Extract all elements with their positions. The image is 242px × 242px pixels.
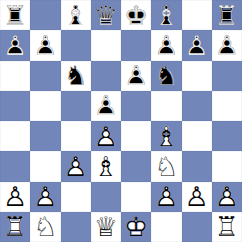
square-f7[interactable]: ♟♙	[151, 30, 181, 60]
rook-glyph-outline: ♖	[212, 0, 242, 30]
square-c5[interactable]	[61, 91, 91, 121]
square-h3[interactable]	[212, 151, 242, 181]
square-e2[interactable]	[121, 182, 151, 212]
square-a8[interactable]: ♜♖	[0, 0, 30, 30]
pawn-glyph-outline: ♙	[0, 182, 30, 212]
square-d1[interactable]: ♛♕	[91, 212, 121, 242]
pawn-glyph-outline: ♙	[30, 182, 60, 212]
square-g2[interactable]: ♟♙	[182, 182, 212, 212]
square-e6[interactable]: ♟♙	[121, 61, 151, 91]
square-d6[interactable]	[91, 61, 121, 91]
square-h5[interactable]	[212, 91, 242, 121]
square-g1[interactable]	[182, 212, 212, 242]
square-d5[interactable]: ♟♙	[91, 91, 121, 121]
square-d2[interactable]	[91, 182, 121, 212]
knight-glyph-outline: ♘	[61, 61, 91, 91]
square-f5[interactable]	[151, 91, 181, 121]
square-b8[interactable]	[30, 0, 60, 30]
square-b4[interactable]	[30, 121, 60, 151]
black-bishop[interactable]: ♝♗	[61, 0, 91, 30]
square-b7[interactable]: ♟♙	[30, 30, 60, 60]
square-b1[interactable]: ♞♘	[30, 212, 60, 242]
square-f3[interactable]: ♞♘	[151, 151, 181, 181]
square-h1[interactable]: ♜♖	[212, 212, 242, 242]
white-pawn[interactable]: ♟♙	[212, 182, 242, 212]
pawn-glyph-outline: ♙	[182, 30, 212, 60]
square-c2[interactable]	[61, 182, 91, 212]
bishop-glyph-outline: ♗	[151, 121, 181, 151]
square-e1[interactable]: ♚♔	[121, 212, 151, 242]
square-g7[interactable]: ♟♙	[182, 30, 212, 60]
square-c4[interactable]	[61, 121, 91, 151]
square-h8[interactable]: ♜♖	[212, 0, 242, 30]
knight-glyph-outline: ♘	[30, 212, 60, 242]
white-pawn[interactable]: ♟♙	[61, 151, 91, 181]
bishop-glyph-outline: ♗	[61, 0, 91, 30]
pawn-glyph-outline: ♙	[151, 30, 181, 60]
square-g4[interactable]	[182, 121, 212, 151]
square-d4[interactable]: ♟♙	[91, 121, 121, 151]
knight-glyph-outline: ♘	[151, 151, 181, 181]
square-f4[interactable]: ♝♗	[151, 121, 181, 151]
square-h2[interactable]: ♟♙	[212, 182, 242, 212]
square-a1[interactable]: ♜♖	[0, 212, 30, 242]
square-g3[interactable]	[182, 151, 212, 181]
white-knight[interactable]: ♞♘	[151, 151, 181, 181]
white-pawn[interactable]: ♟♙	[151, 182, 181, 212]
square-b5[interactable]	[30, 91, 60, 121]
square-a5[interactable]	[0, 91, 30, 121]
black-pawn[interactable]: ♟♙	[121, 61, 151, 91]
white-pawn[interactable]: ♟♙	[91, 121, 121, 151]
pawn-glyph-outline: ♙	[61, 151, 91, 181]
square-c8[interactable]: ♝♗	[61, 0, 91, 30]
white-pawn[interactable]: ♟♙	[0, 182, 30, 212]
rook-glyph-outline: ♖	[212, 212, 242, 242]
black-rook[interactable]: ♜♖	[0, 0, 30, 30]
bishop-glyph-outline: ♗	[151, 0, 181, 30]
square-e5[interactable]	[121, 91, 151, 121]
queen-glyph-outline: ♕	[91, 0, 121, 30]
white-knight[interactable]: ♞♘	[30, 212, 60, 242]
king-glyph-outline: ♔	[121, 0, 151, 30]
black-pawn[interactable]: ♟♙	[30, 30, 60, 60]
black-knight[interactable]: ♞♘	[61, 61, 91, 91]
pawn-glyph-outline: ♙	[121, 61, 151, 91]
black-knight[interactable]: ♞♘	[151, 61, 181, 91]
black-pawn[interactable]: ♟♙	[151, 30, 181, 60]
square-h6[interactable]	[212, 61, 242, 91]
square-f6[interactable]: ♞♘	[151, 61, 181, 91]
square-b3[interactable]	[30, 151, 60, 181]
black-pawn[interactable]: ♟♙	[212, 30, 242, 60]
square-e8[interactable]: ♚♔	[121, 0, 151, 30]
white-pawn[interactable]: ♟♙	[30, 182, 60, 212]
black-pawn[interactable]: ♟♙	[91, 91, 121, 121]
black-pawn[interactable]: ♟♙	[0, 30, 30, 60]
square-f1[interactable]	[151, 212, 181, 242]
black-bishop[interactable]: ♝♗	[151, 0, 181, 30]
bishop-glyph-outline: ♗	[91, 151, 121, 181]
square-c3[interactable]: ♟♙	[61, 151, 91, 181]
square-a7[interactable]: ♟♙	[0, 30, 30, 60]
square-g6[interactable]	[182, 61, 212, 91]
pawn-glyph-outline: ♙	[30, 30, 60, 60]
square-b2[interactable]: ♟♙	[30, 182, 60, 212]
white-queen[interactable]: ♛♕	[91, 212, 121, 242]
square-f8[interactable]: ♝♗	[151, 0, 181, 30]
pawn-glyph-outline: ♙	[91, 91, 121, 121]
white-bishop[interactable]: ♝♗	[151, 121, 181, 151]
pawn-glyph-outline: ♙	[212, 182, 242, 212]
pawn-glyph-outline: ♙	[182, 182, 212, 212]
pawn-glyph-outline: ♙	[151, 182, 181, 212]
square-g8[interactable]	[182, 0, 212, 30]
black-king[interactable]: ♚♔	[121, 0, 151, 30]
square-e4[interactable]	[121, 121, 151, 151]
square-h4[interactable]	[212, 121, 242, 151]
square-f2[interactable]: ♟♙	[151, 182, 181, 212]
king-glyph-outline: ♔	[121, 212, 151, 242]
square-c1[interactable]	[61, 212, 91, 242]
black-pawn[interactable]: ♟♙	[182, 30, 212, 60]
square-a2[interactable]: ♟♙	[0, 182, 30, 212]
rook-glyph-outline: ♖	[0, 212, 30, 242]
pawn-glyph-outline: ♙	[91, 121, 121, 151]
black-queen[interactable]: ♛♕	[91, 0, 121, 30]
white-rook[interactable]: ♜♖	[212, 212, 242, 242]
white-bishop[interactable]: ♝♗	[91, 151, 121, 181]
square-a6[interactable]	[0, 61, 30, 91]
square-d7[interactable]	[91, 30, 121, 60]
white-rook[interactable]: ♜♖	[0, 212, 30, 242]
rook-glyph-outline: ♖	[0, 0, 30, 30]
square-c7[interactable]	[61, 30, 91, 60]
square-b6[interactable]	[30, 61, 60, 91]
white-king[interactable]: ♚♔	[121, 212, 151, 242]
square-d8[interactable]: ♛♕	[91, 0, 121, 30]
square-c6[interactable]: ♞♘	[61, 61, 91, 91]
white-pawn[interactable]: ♟♙	[182, 182, 212, 212]
black-rook[interactable]: ♜♖	[212, 0, 242, 30]
square-d3[interactable]: ♝♗	[91, 151, 121, 181]
square-a3[interactable]	[0, 151, 30, 181]
square-a4[interactable]	[0, 121, 30, 151]
square-e7[interactable]	[121, 30, 151, 60]
square-e3[interactable]	[121, 151, 151, 181]
queen-glyph-outline: ♕	[91, 212, 121, 242]
chess-board: ♜♖♝♗♛♕♚♔♝♗♜♖♟♙♟♙♟♙♟♙♟♙♞♘♟♙♞♘♟♙♟♙♝♗♟♙♝♗♞♘…	[0, 0, 242, 242]
pawn-glyph-outline: ♙	[0, 30, 30, 60]
knight-glyph-outline: ♘	[151, 61, 181, 91]
square-g5[interactable]	[182, 91, 212, 121]
pawn-glyph-outline: ♙	[212, 30, 242, 60]
square-h7[interactable]: ♟♙	[212, 30, 242, 60]
